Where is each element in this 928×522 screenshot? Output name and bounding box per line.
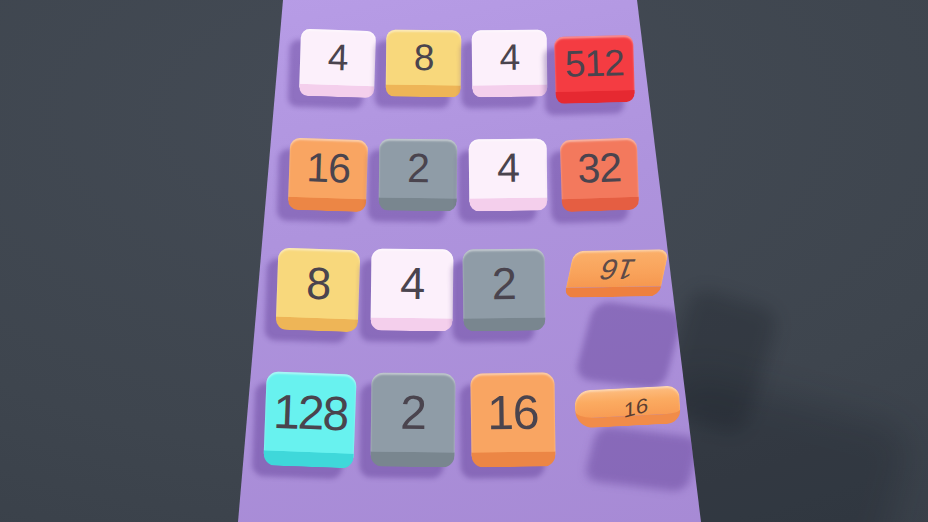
tile-value: 4 (400, 257, 425, 309)
flipping-tile-shadow (583, 425, 701, 492)
tile-r2c4-32[interactable]: 32 (560, 138, 639, 213)
tile-r1c2-8[interactable]: 8 (386, 30, 462, 98)
tile-r3c4-16-flipping[interactable]: 16 (564, 249, 669, 298)
game-screen: 4 8 4 512 16 2 4 32 8 4 2 16 128 2 16 16 (0, 0, 928, 522)
tile-r4c2-2[interactable]: 2 (370, 372, 455, 467)
tile-value: 512 (564, 42, 624, 86)
tile-value: 8 (305, 257, 331, 310)
tile-value: 16 (595, 252, 640, 285)
tile-value: 16 (623, 392, 648, 422)
tile-value: 16 (487, 385, 539, 441)
tile-r3c1-8[interactable]: 8 (276, 248, 361, 333)
tile-r2c2-2[interactable]: 2 (379, 139, 458, 212)
tile-r4c3-16[interactable]: 16 (470, 372, 555, 467)
tile-r4c4-16-flipping[interactable]: 16 (574, 385, 681, 428)
tile-r2c1-16[interactable]: 16 (288, 138, 368, 213)
tile-r4c1-128[interactable]: 128 (263, 371, 356, 468)
tile-value: 2 (492, 257, 517, 309)
flipping-tile-shadow (574, 300, 684, 389)
tile-value: 32 (577, 144, 622, 192)
tile-value: 2 (400, 385, 426, 440)
tile-r3c2-4[interactable]: 4 (371, 249, 454, 332)
tile-value: 8 (414, 36, 434, 78)
tile-value: 4 (499, 36, 519, 78)
tile-value: 16 (306, 144, 351, 192)
tile-value: 2 (407, 145, 429, 192)
tile-value: 128 (272, 384, 348, 442)
tile-value: 4 (497, 145, 519, 192)
tile-r3c3-2[interactable]: 2 (463, 249, 546, 332)
tile-value: 4 (327, 36, 348, 79)
tile-r1c4-512[interactable]: 512 (554, 35, 635, 104)
tile-r1c3-4[interactable]: 4 (472, 30, 548, 98)
tile-r2c3-4[interactable]: 4 (469, 139, 548, 212)
tile-r1c1-4[interactable]: 4 (299, 29, 376, 98)
